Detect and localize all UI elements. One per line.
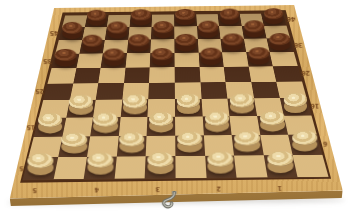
rim-label: 15	[27, 124, 36, 131]
rim-label: 5	[19, 165, 23, 172]
square[interactable]	[273, 66, 302, 82]
square[interactable]	[199, 66, 225, 82]
square[interactable]	[175, 156, 206, 178]
dark-piece[interactable]	[200, 47, 221, 60]
rim-label: 45	[50, 30, 59, 37]
rim-label: 36	[294, 41, 303, 48]
light-piece[interactable]	[235, 131, 261, 146]
rim-label: 16	[310, 103, 319, 110]
draughts-board-photo: 54321453525155463626166	[0, 0, 350, 215]
dark-piece[interactable]	[244, 21, 264, 33]
square[interactable]	[149, 82, 175, 99]
rim-label: 26	[302, 70, 311, 77]
square[interactable]	[47, 68, 76, 84]
square[interactable]	[149, 67, 174, 83]
square[interactable]	[76, 53, 103, 68]
square[interactable]	[200, 82, 227, 99]
dark-piece[interactable]	[198, 21, 218, 33]
square[interactable]	[98, 67, 125, 83]
rim-label: 5	[33, 187, 37, 194]
rim-coordinates: 54321453525155463626166	[0, 0, 349, 2]
square[interactable]	[222, 52, 248, 67]
pieces-layer	[0, 0, 349, 2]
square[interactable]	[96, 83, 124, 100]
rim-label: 4	[94, 186, 98, 193]
square[interactable]	[174, 52, 199, 67]
light-piece[interactable]	[61, 132, 87, 147]
square[interactable]	[53, 157, 87, 179]
square[interactable]	[114, 156, 146, 178]
square[interactable]	[73, 67, 101, 83]
rim-label: 35	[43, 57, 52, 64]
dark-piece[interactable]	[107, 22, 127, 34]
square[interactable]	[125, 53, 150, 68]
rim-label: 6	[323, 141, 327, 148]
square[interactable]	[124, 67, 150, 83]
rim-label: 46	[287, 16, 296, 23]
square[interactable]	[234, 155, 267, 177]
dark-piece[interactable]	[62, 22, 82, 34]
perspective-wrapper: 54321453525155463626166	[0, 0, 350, 215]
dark-piece[interactable]	[55, 49, 76, 62]
metal-latch-icon	[159, 191, 189, 213]
rim-label: 25	[36, 88, 45, 95]
light-piece[interactable]	[123, 95, 147, 109]
square[interactable]	[270, 51, 298, 66]
rim-label: 1	[278, 185, 282, 192]
rim-label: 2	[216, 185, 220, 192]
square[interactable]	[224, 66, 251, 82]
light-piece[interactable]	[230, 94, 254, 108]
square[interactable]	[43, 83, 73, 100]
dark-piece[interactable]	[103, 48, 124, 61]
square[interactable]	[251, 81, 280, 98]
square[interactable]	[175, 67, 201, 83]
square[interactable]	[249, 66, 277, 82]
dark-piece[interactable]	[153, 21, 173, 33]
square[interactable]	[293, 155, 329, 177]
